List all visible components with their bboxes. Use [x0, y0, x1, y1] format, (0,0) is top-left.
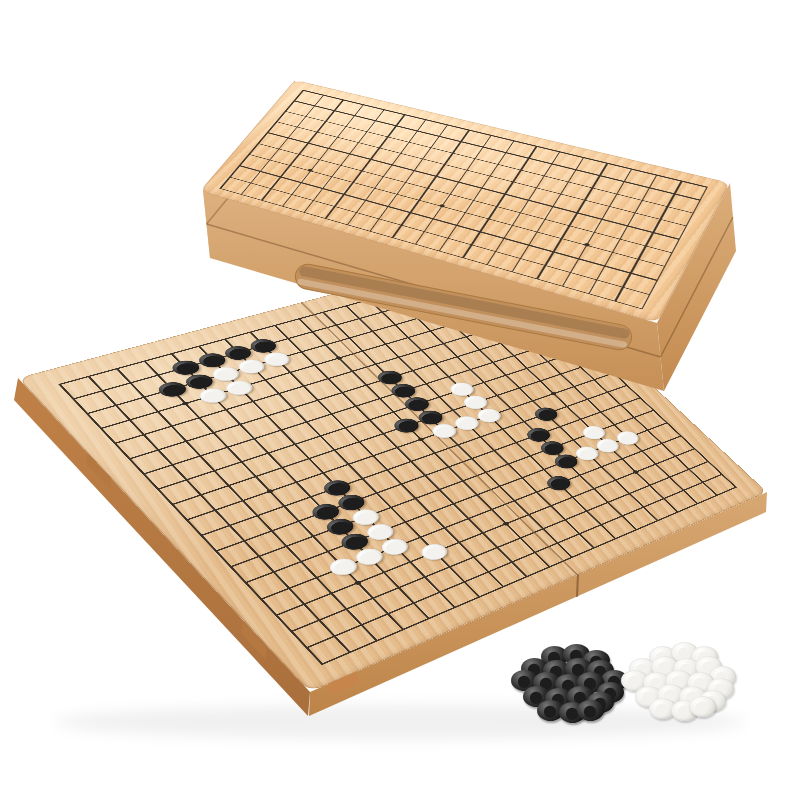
white-stone: ●: [689, 696, 716, 717]
hoshi-point: [583, 243, 590, 247]
go-set-product-photo: ●●●●●●●●●●●●●●●●●●●●●●●●●●●●●●●●●●●●●●●●…: [0, 0, 800, 800]
hoshi-point: [438, 204, 444, 208]
black-stone: ●: [577, 700, 604, 721]
hoshi-point: [307, 169, 313, 173]
